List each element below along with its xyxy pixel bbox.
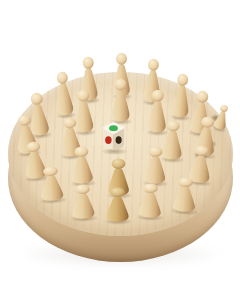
peg-shape (140, 146, 170, 186)
peg-shape (67, 146, 97, 186)
peg-r5-c5[interactable] (168, 176, 201, 214)
peg-r2-c3[interactable] (108, 78, 133, 123)
die-green-dot (109, 125, 118, 131)
peg-shape (134, 182, 166, 219)
pieces-layer (0, 0, 240, 303)
scene (0, 0, 240, 303)
die-shape (100, 121, 127, 152)
peg-shape (35, 165, 68, 203)
peg-r4-c2[interactable] (67, 146, 97, 186)
color-die[interactable] (100, 121, 127, 152)
peg-shape (102, 187, 133, 223)
peg-shape (168, 176, 201, 214)
peg-shape (67, 183, 99, 220)
peg-shape (108, 78, 133, 123)
peg-r5-c2[interactable] (67, 183, 99, 220)
die-dark-dot (116, 136, 122, 144)
die-red-dot (105, 136, 111, 144)
peg-r5-c3[interactable] (102, 187, 133, 223)
peg-r5-c1[interactable] (35, 165, 68, 203)
peg-r5-c4[interactable] (134, 182, 166, 219)
peg-r4-c4[interactable] (140, 146, 170, 186)
